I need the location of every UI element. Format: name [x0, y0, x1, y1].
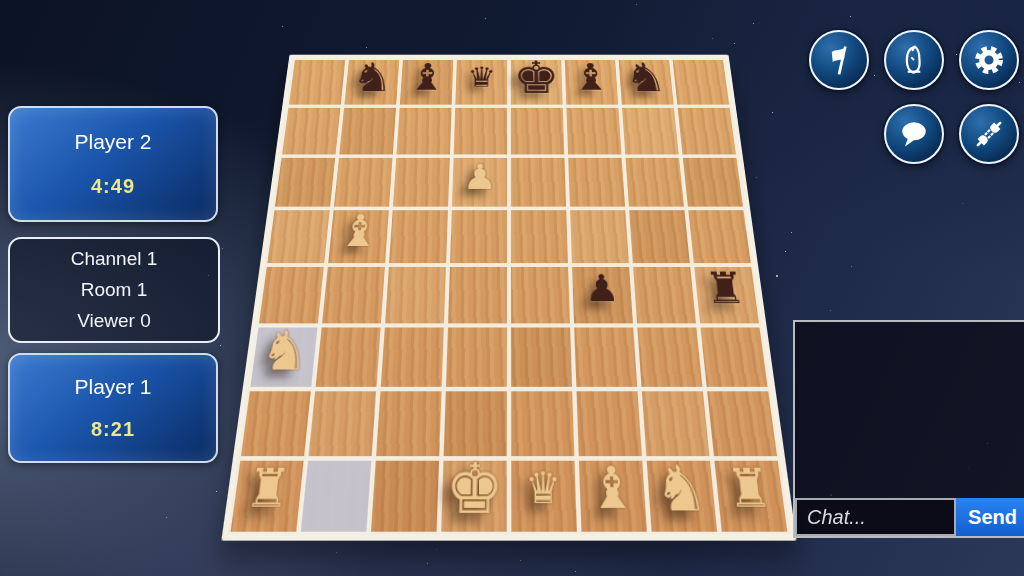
piece-dark-khun-king-e8[interactable]: ♚ [513, 55, 560, 99]
square-h1[interactable]: ♜ [712, 458, 790, 534]
square-a2[interactable] [238, 389, 313, 458]
piece-light-khon-bishop-b5[interactable]: ♝ [336, 209, 382, 253]
square-g4[interactable] [631, 265, 698, 325]
piece-light-met-queen-e1[interactable]: ♛ [525, 467, 562, 511]
viewer-label: Viewer 0 [77, 310, 151, 332]
piece-outline-icon [896, 42, 932, 78]
square-g7[interactable] [620, 106, 681, 156]
square-e8[interactable]: ♚ [509, 58, 565, 106]
square-e3[interactable] [509, 325, 574, 389]
square-e4[interactable] [509, 265, 572, 325]
player2-name: Player 2 [74, 130, 151, 154]
square-f8[interactable]: ♝ [563, 58, 620, 106]
settings-button[interactable] [959, 30, 1019, 90]
square-a3[interactable]: ♞ [248, 325, 320, 389]
square-b3[interactable] [313, 325, 383, 389]
piece-outline-button[interactable] [884, 30, 944, 90]
square-c2[interactable] [374, 389, 444, 458]
square-e5[interactable] [509, 209, 570, 265]
square-e1[interactable]: ♛ [509, 458, 579, 534]
piece-light-ruea-rook-a1[interactable]: ♜ [243, 462, 294, 515]
square-f2[interactable] [574, 389, 644, 458]
square-d4[interactable] [446, 265, 509, 325]
chat-input-row: Send [795, 498, 1024, 536]
square-b8[interactable]: ♞ [342, 58, 401, 106]
square-h5[interactable] [686, 209, 753, 265]
board-grid[interactable]: ♞♝♛♚♝♞♟♝♟♜♞♜♚♛♝♞♜ [221, 55, 796, 541]
piece-light-promoted-bia-d6[interactable]: ♟ [462, 160, 497, 195]
square-h4[interactable]: ♜ [692, 265, 761, 325]
square-b6[interactable] [332, 156, 395, 209]
square-g6[interactable] [623, 156, 686, 209]
player1-panel: Player 1 8:21 [8, 353, 218, 463]
square-h3[interactable] [698, 325, 770, 389]
square-g1[interactable]: ♞ [644, 458, 719, 534]
square-f1[interactable]: ♝ [577, 458, 650, 534]
square-a1[interactable]: ♜ [228, 458, 306, 534]
square-e2[interactable] [509, 389, 577, 458]
square-d5[interactable] [448, 209, 509, 265]
piece-light-ruea-rook-h1[interactable]: ♜ [724, 462, 775, 515]
square-h2[interactable] [705, 389, 780, 458]
channel-label: Channel 1 [71, 248, 158, 270]
gear-icon [971, 42, 1007, 78]
square-f5[interactable] [568, 209, 631, 265]
square-c5[interactable] [387, 209, 450, 265]
piece-dark-khon-bishop-c8[interactable]: ♝ [407, 59, 447, 96]
square-c3[interactable] [378, 325, 445, 389]
square-g8[interactable]: ♞ [617, 58, 676, 106]
square-c1[interactable] [368, 458, 441, 534]
piece-light-khun-king-d1[interactable]: ♚ [444, 454, 504, 524]
square-f3[interactable] [572, 325, 639, 389]
chat-input[interactable] [795, 498, 956, 536]
disconnect-button[interactable] [959, 104, 1019, 164]
piece-dark-ma-knight-g8[interactable]: ♞ [623, 58, 668, 98]
piece-dark-met-queen-d8[interactable]: ♛ [467, 64, 496, 92]
square-e6[interactable] [509, 156, 568, 209]
player2-timer: 4:49 [91, 175, 135, 198]
send-button[interactable]: Send [956, 498, 1024, 536]
square-g2[interactable] [640, 389, 712, 458]
square-a4[interactable] [257, 265, 326, 325]
piece-dark-khon-bishop-f8[interactable]: ♝ [571, 59, 611, 96]
square-b4[interactable] [320, 265, 387, 325]
square-f6[interactable] [566, 156, 627, 209]
piece-light-ma-knight-g1[interactable]: ♞ [652, 457, 710, 520]
square-f4[interactable]: ♟ [570, 265, 635, 325]
square-g3[interactable] [635, 325, 705, 389]
square-e7[interactable] [509, 106, 566, 156]
player2-panel: Player 2 4:49 [8, 106, 218, 222]
piece-dark-bia-pawn-f4[interactable]: ♟ [584, 270, 620, 307]
square-c4[interactable] [383, 265, 448, 325]
player1-timer: 8:21 [91, 418, 135, 441]
square-b2[interactable] [306, 389, 378, 458]
speech-bubble-icon [896, 116, 932, 152]
chat-panel: Send [793, 320, 1024, 538]
player1-name: Player 1 [74, 375, 151, 399]
square-f7[interactable] [565, 106, 624, 156]
square-a8[interactable] [287, 58, 347, 106]
plug-icon [971, 116, 1007, 152]
square-h6[interactable] [681, 156, 746, 209]
flag-icon [821, 42, 857, 78]
piece-dark-ma-knight-b8[interactable]: ♞ [350, 58, 395, 98]
square-d8[interactable]: ♛ [453, 58, 509, 106]
chat-toggle-button[interactable] [884, 104, 944, 164]
square-h7[interactable] [676, 106, 738, 156]
square-c6[interactable] [391, 156, 452, 209]
room-info-panel: Channel 1 Room 1 Viewer 0 [8, 237, 220, 343]
piece-light-ma-knight-a3[interactable]: ♞ [257, 323, 312, 378]
resign-flag-button[interactable] [809, 30, 869, 90]
piece-light-khon-bishop-f1[interactable]: ♝ [587, 460, 638, 518]
square-a5[interactable] [265, 209, 332, 265]
makruk-game-screen: { "game": "Makruk (Thai chess)", "positi… [0, 0, 1024, 576]
square-g5[interactable] [627, 209, 692, 265]
square-d6[interactable]: ♟ [450, 156, 509, 209]
board: ♞♝♛♚♝♞♟♝♟♜♞♜♚♛♝♞♜ [221, 55, 796, 541]
square-d1[interactable]: ♚ [439, 458, 509, 534]
square-c7[interactable] [395, 106, 454, 156]
square-b7[interactable] [337, 106, 398, 156]
square-b1[interactable] [298, 458, 373, 534]
piece-dark-ruea-rook-h4[interactable]: ♜ [703, 267, 748, 310]
square-d3[interactable] [444, 325, 509, 389]
square-c8[interactable]: ♝ [398, 58, 455, 106]
room-label: Room 1 [81, 279, 148, 301]
chat-messages [795, 322, 1024, 498]
square-a6[interactable] [273, 156, 338, 209]
square-b5[interactable]: ♝ [326, 209, 391, 265]
square-a7[interactable] [280, 106, 342, 156]
square-h8[interactable] [671, 58, 731, 106]
square-d7[interactable] [452, 106, 509, 156]
